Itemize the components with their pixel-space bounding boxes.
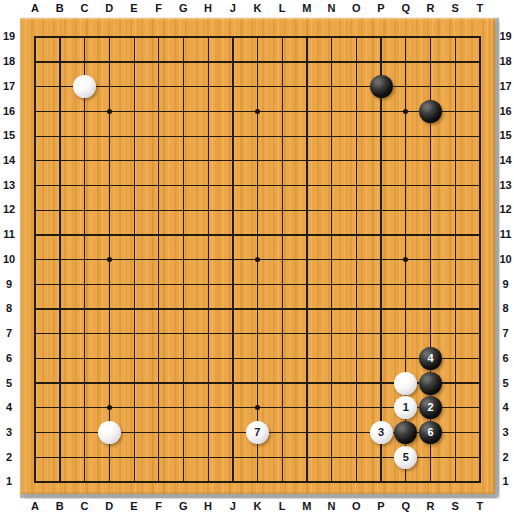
col-label-bottom-S: S [443, 496, 468, 516]
col-label-top-Q: Q [393, 0, 418, 17]
col-label-top-L: L [270, 0, 295, 17]
row-label-left-14: 14 [0, 148, 18, 173]
goban-board[interactable]: 1357426 [20, 18, 495, 494]
row-label-left-3: 3 [0, 420, 18, 445]
col-label-top-B: B [47, 0, 72, 17]
stone-black-R5[interactable] [419, 372, 442, 395]
row-label-left-9: 9 [0, 272, 18, 297]
row-label-left-1: 1 [0, 470, 18, 495]
col-label-top-P: P [369, 0, 394, 17]
col-label-bottom-J: J [220, 496, 245, 516]
col-label-bottom-D: D [97, 496, 122, 516]
col-label-bottom-L: L [270, 496, 295, 516]
row-label-left-16: 16 [0, 99, 18, 124]
col-label-top-G: G [171, 0, 196, 17]
col-label-top-J: J [220, 0, 245, 17]
row-label-right-7: 7 [497, 321, 514, 346]
stone-white-Q5[interactable] [394, 372, 417, 395]
col-label-top-F: F [146, 0, 171, 17]
col-label-bottom-G: G [171, 496, 196, 516]
move-number-label: 1 [403, 402, 409, 413]
col-label-bottom-E: E [121, 496, 146, 516]
row-label-right-3: 3 [497, 420, 514, 445]
stone-black-R3-move-6[interactable]: 6 [419, 421, 442, 444]
col-label-bottom-H: H [196, 496, 221, 516]
move-number-label: 4 [427, 353, 433, 364]
row-label-right-6: 6 [497, 346, 514, 371]
grid-lines [34, 36, 481, 483]
col-label-top-N: N [319, 0, 344, 17]
row-label-right-10: 10 [497, 247, 514, 272]
row-label-right-11: 11 [497, 222, 514, 247]
row-label-left-5: 5 [0, 371, 18, 396]
col-label-bottom-O: O [344, 496, 369, 516]
row-label-right-17: 17 [497, 74, 514, 99]
row-label-right-16: 16 [497, 99, 514, 124]
move-number-label: 5 [403, 452, 409, 463]
right-coordinate-labels: 19181716151413121110987654321 [497, 25, 514, 495]
row-label-left-18: 18 [0, 49, 18, 74]
row-label-right-12: 12 [497, 198, 514, 223]
col-label-top-H: H [196, 0, 221, 17]
top-coordinate-labels: ABCDEFGHJKLMNOPQRST [23, 0, 493, 17]
row-label-left-12: 12 [0, 198, 18, 223]
col-label-top-A: A [23, 0, 48, 17]
col-label-bottom-C: C [72, 496, 97, 516]
row-label-left-10: 10 [0, 247, 18, 272]
row-label-right-9: 9 [497, 272, 514, 297]
col-label-bottom-B: B [47, 496, 72, 516]
col-label-top-S: S [443, 0, 468, 17]
row-label-left-7: 7 [0, 321, 18, 346]
stone-white-C17[interactable] [73, 75, 96, 98]
row-label-right-4: 4 [497, 395, 514, 420]
row-label-right-14: 14 [497, 148, 514, 173]
row-label-right-5: 5 [497, 371, 514, 396]
row-label-right-8: 8 [497, 297, 514, 322]
col-label-bottom-R: R [418, 496, 443, 516]
col-label-bottom-N: N [319, 496, 344, 516]
stone-white-D3[interactable] [98, 421, 121, 444]
col-label-bottom-K: K [245, 496, 270, 516]
row-label-left-8: 8 [0, 297, 18, 322]
row-label-left-4: 4 [0, 395, 18, 420]
row-label-right-1: 1 [497, 470, 514, 495]
col-label-bottom-F: F [146, 496, 171, 516]
row-label-left-6: 6 [0, 346, 18, 371]
row-label-left-2: 2 [0, 445, 18, 470]
stone-white-K3-move-7[interactable]: 7 [246, 421, 269, 444]
col-label-top-O: O [344, 0, 369, 17]
stone-black-P17[interactable] [370, 75, 393, 98]
move-number-label: 3 [378, 427, 384, 438]
move-number-label: 6 [427, 427, 433, 438]
col-label-top-E: E [121, 0, 146, 17]
row-label-right-13: 13 [497, 173, 514, 198]
col-label-top-M: M [295, 0, 320, 17]
row-label-right-19: 19 [497, 25, 514, 50]
col-label-top-T: T [468, 0, 493, 17]
col-label-top-K: K [245, 0, 270, 17]
bottom-coordinate-labels: ABCDEFGHJKLMNOPQRST [23, 496, 493, 516]
move-number-label: 2 [427, 402, 433, 413]
row-label-left-15: 15 [0, 123, 18, 148]
row-label-left-13: 13 [0, 173, 18, 198]
stone-white-P3-move-3[interactable]: 3 [370, 421, 393, 444]
stone-white-Q2-move-5[interactable]: 5 [394, 446, 417, 469]
stone-black-R6-move-4[interactable]: 4 [419, 347, 442, 370]
col-label-bottom-T: T [468, 496, 493, 516]
col-label-bottom-A: A [23, 496, 48, 516]
col-label-top-C: C [72, 0, 97, 17]
left-coordinate-labels: 19181716151413121110987654321 [0, 25, 18, 495]
go-diagram-page: ABCDEFGHJKLMNOPQRST ABCDEFGHJKLMNOPQRST … [0, 0, 514, 517]
row-label-right-18: 18 [497, 49, 514, 74]
stone-black-R16[interactable] [419, 100, 442, 123]
col-label-top-D: D [97, 0, 122, 17]
col-label-bottom-P: P [369, 496, 394, 516]
row-label-right-2: 2 [497, 445, 514, 470]
row-label-right-15: 15 [497, 123, 514, 148]
col-label-top-R: R [418, 0, 443, 17]
col-label-bottom-Q: Q [393, 496, 418, 516]
move-number-label: 7 [254, 427, 260, 438]
row-label-left-17: 17 [0, 74, 18, 99]
row-label-left-11: 11 [0, 222, 18, 247]
row-label-left-19: 19 [0, 25, 18, 50]
col-label-bottom-M: M [295, 496, 320, 516]
